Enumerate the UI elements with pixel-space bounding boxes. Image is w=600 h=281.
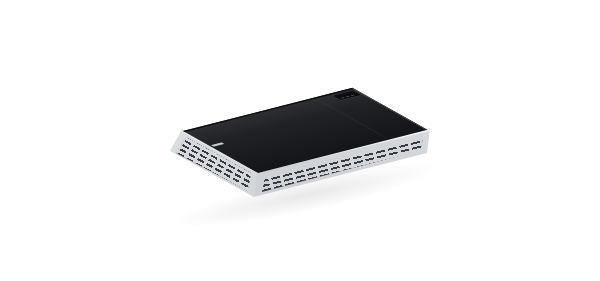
audio-mixer: [0, 0, 600, 281]
display-screen: [331, 90, 363, 101]
master-section-divider: [316, 99, 386, 138]
product-photo: [0, 0, 600, 281]
brand-label: [211, 142, 224, 146]
master-section: [183, 88, 352, 131]
